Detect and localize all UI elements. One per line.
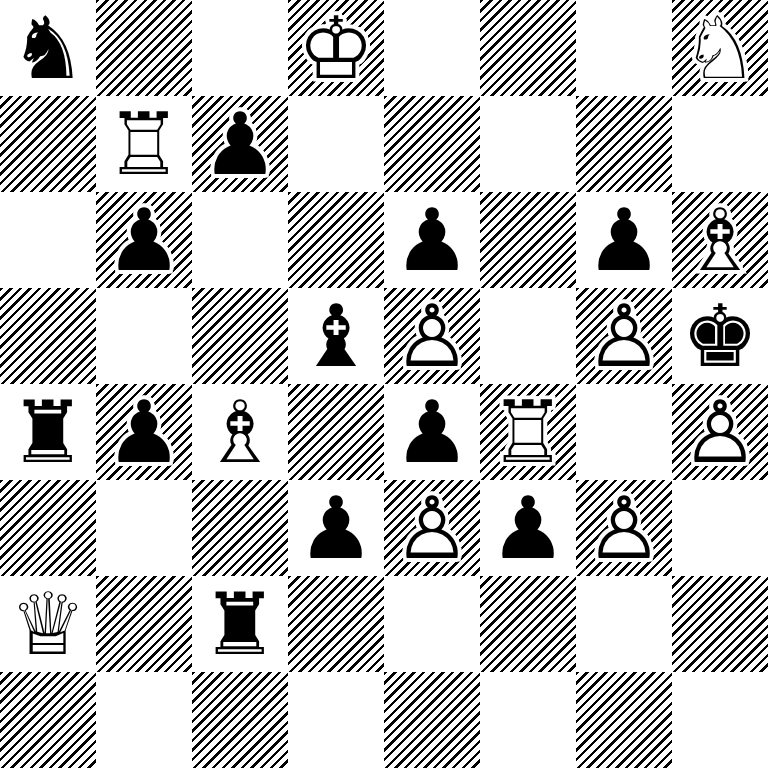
square-a6[interactable] <box>0 192 96 288</box>
white-bishop-icon: ♗ <box>192 384 288 480</box>
piece-black-rook: ♜♜ <box>192 576 288 672</box>
piece-black-pawn: ♟♟ <box>480 480 576 576</box>
square-e2[interactable] <box>384 576 480 672</box>
square-h2[interactable] <box>672 576 768 672</box>
white-pawn-icon: ♙ <box>384 288 480 384</box>
square-e4[interactable]: ♟♟ <box>384 384 480 480</box>
square-h7[interactable] <box>672 96 768 192</box>
square-e8[interactable] <box>384 0 480 96</box>
piece-white-queen: ♛♕ <box>0 576 96 672</box>
square-d8[interactable]: ♚♔ <box>288 0 384 96</box>
square-c4[interactable]: ♝♗ <box>192 384 288 480</box>
square-h5[interactable]: ♚♚ <box>672 288 768 384</box>
black-pawn-icon: ♟ <box>96 384 192 480</box>
square-b1[interactable] <box>96 672 192 768</box>
square-b3[interactable] <box>96 480 192 576</box>
square-g7[interactable] <box>576 96 672 192</box>
piece-white-bishop: ♝♗ <box>192 384 288 480</box>
piece-white-knight: ♞♘ <box>672 0 768 96</box>
piece-black-king: ♚♚ <box>672 288 768 384</box>
square-g1[interactable] <box>576 672 672 768</box>
square-g4[interactable] <box>576 384 672 480</box>
square-f5[interactable] <box>480 288 576 384</box>
square-a3[interactable] <box>0 480 96 576</box>
square-c6[interactable] <box>192 192 288 288</box>
chess-board: ♞♞♚♔♞♘♜♖♟♟♟♟♟♟♟♟♝♗♝♝♟♙♟♙♚♚♜♜♟♟♝♗♟♟♜♖♟♙♟♟… <box>0 0 768 768</box>
square-a1[interactable] <box>0 672 96 768</box>
white-king-icon: ♔ <box>288 0 384 96</box>
piece-black-pawn: ♟♟ <box>288 480 384 576</box>
square-h4[interactable]: ♟♙ <box>672 384 768 480</box>
square-a8[interactable]: ♞♞ <box>0 0 96 96</box>
square-d2[interactable] <box>288 576 384 672</box>
square-d1[interactable] <box>288 672 384 768</box>
square-c7[interactable]: ♟♟ <box>192 96 288 192</box>
white-pawn-icon: ♙ <box>672 384 768 480</box>
piece-white-bishop: ♝♗ <box>672 192 768 288</box>
white-queen-icon: ♕ <box>0 576 96 672</box>
square-d7[interactable] <box>288 96 384 192</box>
square-b4[interactable]: ♟♟ <box>96 384 192 480</box>
piece-black-pawn: ♟♟ <box>384 192 480 288</box>
square-e7[interactable] <box>384 96 480 192</box>
square-e5[interactable]: ♟♙ <box>384 288 480 384</box>
square-f6[interactable] <box>480 192 576 288</box>
square-d4[interactable] <box>288 384 384 480</box>
square-h1[interactable] <box>672 672 768 768</box>
square-d3[interactable]: ♟♟ <box>288 480 384 576</box>
black-pawn-icon: ♟ <box>288 480 384 576</box>
black-bishop-icon: ♝ <box>288 288 384 384</box>
square-h8[interactable]: ♞♘ <box>672 0 768 96</box>
black-pawn-icon: ♟ <box>192 96 288 192</box>
square-c5[interactable] <box>192 288 288 384</box>
square-a5[interactable] <box>0 288 96 384</box>
square-f3[interactable]: ♟♟ <box>480 480 576 576</box>
square-e6[interactable]: ♟♟ <box>384 192 480 288</box>
square-h3[interactable] <box>672 480 768 576</box>
piece-black-bishop: ♝♝ <box>288 288 384 384</box>
square-e3[interactable]: ♟♙ <box>384 480 480 576</box>
white-rook-icon: ♖ <box>480 384 576 480</box>
piece-black-pawn: ♟♟ <box>384 384 480 480</box>
white-knight-icon: ♘ <box>672 0 768 96</box>
square-d6[interactable] <box>288 192 384 288</box>
piece-white-king: ♚♔ <box>288 0 384 96</box>
square-g8[interactable] <box>576 0 672 96</box>
square-f4[interactable]: ♜♖ <box>480 384 576 480</box>
piece-black-pawn: ♟♟ <box>576 192 672 288</box>
white-pawn-icon: ♙ <box>576 288 672 384</box>
square-d5[interactable]: ♝♝ <box>288 288 384 384</box>
square-b6[interactable]: ♟♟ <box>96 192 192 288</box>
square-f2[interactable] <box>480 576 576 672</box>
square-b2[interactable] <box>96 576 192 672</box>
square-c3[interactable] <box>192 480 288 576</box>
black-pawn-icon: ♟ <box>576 192 672 288</box>
piece-white-pawn: ♟♙ <box>384 480 480 576</box>
square-b5[interactable] <box>96 288 192 384</box>
piece-white-pawn: ♟♙ <box>672 384 768 480</box>
black-king-icon: ♚ <box>672 288 768 384</box>
piece-white-pawn: ♟♙ <box>576 480 672 576</box>
square-g3[interactable]: ♟♙ <box>576 480 672 576</box>
square-a2[interactable]: ♛♕ <box>0 576 96 672</box>
square-c8[interactable] <box>192 0 288 96</box>
square-g5[interactable]: ♟♙ <box>576 288 672 384</box>
square-g2[interactable] <box>576 576 672 672</box>
piece-black-pawn: ♟♟ <box>96 384 192 480</box>
white-rook-icon: ♖ <box>96 96 192 192</box>
piece-white-rook: ♜♖ <box>480 384 576 480</box>
white-bishop-icon: ♗ <box>672 192 768 288</box>
square-f8[interactable] <box>480 0 576 96</box>
black-pawn-icon: ♟ <box>384 384 480 480</box>
piece-black-knight: ♞♞ <box>0 0 96 96</box>
black-rook-icon: ♜ <box>192 576 288 672</box>
square-g6[interactable]: ♟♟ <box>576 192 672 288</box>
black-rook-icon: ♜ <box>0 384 96 480</box>
square-h6[interactable]: ♝♗ <box>672 192 768 288</box>
piece-white-pawn: ♟♙ <box>576 288 672 384</box>
square-e1[interactable] <box>384 672 480 768</box>
piece-white-pawn: ♟♙ <box>384 288 480 384</box>
piece-white-rook: ♜♖ <box>96 96 192 192</box>
square-b7[interactable]: ♜♖ <box>96 96 192 192</box>
black-pawn-icon: ♟ <box>480 480 576 576</box>
black-knight-icon: ♞ <box>0 0 96 96</box>
square-b8[interactable] <box>96 0 192 96</box>
piece-black-rook: ♜♜ <box>0 384 96 480</box>
square-c1[interactable] <box>192 672 288 768</box>
square-f7[interactable] <box>480 96 576 192</box>
square-c2[interactable]: ♜♜ <box>192 576 288 672</box>
piece-black-pawn: ♟♟ <box>192 96 288 192</box>
white-pawn-icon: ♙ <box>384 480 480 576</box>
square-a4[interactable]: ♜♜ <box>0 384 96 480</box>
square-f1[interactable] <box>480 672 576 768</box>
piece-black-pawn: ♟♟ <box>96 192 192 288</box>
white-pawn-icon: ♙ <box>576 480 672 576</box>
square-a7[interactable] <box>0 96 96 192</box>
black-pawn-icon: ♟ <box>96 192 192 288</box>
black-pawn-icon: ♟ <box>384 192 480 288</box>
